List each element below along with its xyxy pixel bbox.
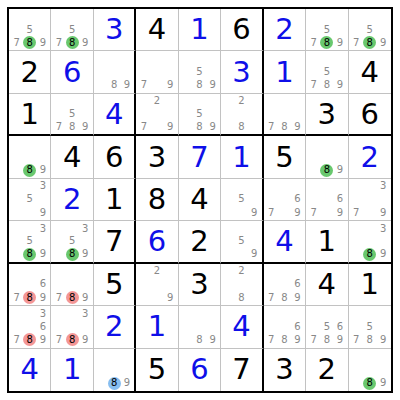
- candidate: 3: [36, 307, 49, 320]
- candidate-slot: 8: [66, 291, 79, 304]
- cell-r3c6[interactable]: 28: [221, 94, 263, 136]
- candidate: 6: [291, 320, 304, 333]
- candidate: 6: [291, 193, 304, 206]
- green-highlighted-candidate: 8: [363, 36, 376, 49]
- candidate: 8: [193, 333, 206, 346]
- candidate: 8: [235, 121, 248, 134]
- cell-r1c2[interactable]: 5789: [51, 9, 93, 51]
- solved-digit: 1: [63, 355, 81, 384]
- candidate-grid: 28: [221, 264, 261, 305]
- cell-r3c5[interactable]: 589: [179, 94, 221, 136]
- cell-r5c3[interactable]: 1: [94, 179, 136, 221]
- given-digit: 6: [361, 100, 379, 129]
- candidate: 9: [333, 164, 346, 177]
- candidate: 7: [52, 333, 65, 346]
- given-digit: 3: [148, 143, 166, 172]
- candidate: 9: [333, 206, 346, 219]
- candidate-grid: 56789: [306, 306, 347, 347]
- candidate: 5: [320, 23, 333, 36]
- candidate: 7: [52, 291, 65, 304]
- candidate: 8: [278, 121, 291, 134]
- candidate: 7: [265, 291, 278, 304]
- solved-digit: 1: [148, 312, 166, 341]
- green-highlighted-candidate: 8: [363, 377, 376, 390]
- candidate: 9: [36, 164, 49, 177]
- cell-r5c1[interactable]: 359: [9, 179, 51, 221]
- given-digit: 1: [361, 270, 379, 299]
- cell-r7c5[interactable]: 3: [179, 264, 221, 306]
- candidate: 9: [206, 333, 219, 346]
- given-digit: 8: [148, 185, 166, 214]
- given-digit: 4: [361, 58, 379, 87]
- candidate: 5: [66, 108, 79, 121]
- candidate: 8: [320, 333, 333, 346]
- solved-digit: 2: [361, 143, 379, 172]
- given-digit: 3: [318, 100, 336, 129]
- candidate: 8: [66, 121, 79, 134]
- candidate: 9: [79, 291, 92, 304]
- candidate: 9: [333, 79, 346, 92]
- cell-r7c1[interactable]: 6789: [9, 264, 51, 306]
- candidate-grid: 36789: [9, 306, 50, 347]
- candidate: 8: [193, 121, 206, 134]
- candidate: 3: [79, 307, 92, 320]
- cell-r6c7[interactable]: 4: [264, 221, 306, 263]
- candidate-grid: 379: [349, 179, 391, 220]
- candidate: 9: [206, 79, 219, 92]
- candidate-grid: 359: [9, 179, 50, 220]
- candidate: 2: [150, 95, 163, 108]
- candidate-slot: 8: [66, 248, 79, 261]
- candidate-slot: 8: [23, 36, 36, 49]
- candidate: 7: [265, 121, 278, 134]
- cell-r2c2[interactable]: 6: [51, 51, 93, 93]
- solved-digit: 1: [190, 15, 208, 44]
- candidate: 6: [333, 193, 346, 206]
- candidate: 8: [235, 291, 248, 304]
- candidate: 7: [307, 206, 320, 219]
- candidate: 5: [66, 23, 79, 36]
- candidate-slot: 8: [363, 36, 376, 49]
- candidate-grid: 589: [179, 51, 220, 92]
- candidate: 5: [235, 235, 248, 248]
- cell-r3c9[interactable]: 6: [349, 94, 391, 136]
- candidate-grid: 79: [136, 51, 177, 92]
- cell-r4c9[interactable]: 2: [349, 136, 391, 178]
- candidate-grid: 5789: [51, 94, 92, 134]
- candidate-slot: 8: [320, 36, 333, 49]
- candidate: 9: [377, 248, 390, 261]
- cell-r9c7[interactable]: 3: [264, 349, 306, 391]
- candidate: 5: [193, 66, 206, 79]
- sudoku-app: 5789578934162578957892689795893157894157…: [0, 0, 400, 400]
- cell-r1c1[interactable]: 5789: [9, 9, 51, 51]
- candidate-grid: 89: [306, 136, 347, 177]
- candidate: 9: [79, 333, 92, 346]
- candidate: 9: [377, 333, 390, 346]
- candidate: 9: [291, 206, 304, 219]
- cell-r7c9[interactable]: 1: [349, 264, 391, 306]
- solved-digit: 7: [190, 143, 208, 172]
- cell-r8c1[interactable]: 36789: [9, 306, 51, 348]
- cell-r3c2[interactable]: 5789: [51, 94, 93, 136]
- green-highlighted-candidate: 8: [320, 164, 333, 177]
- given-digit: 7: [232, 355, 250, 384]
- candidate: 9: [291, 121, 304, 134]
- candidate: 9: [248, 248, 261, 261]
- solved-digit: 1: [232, 143, 250, 172]
- cell-r4c6[interactable]: 1: [221, 136, 263, 178]
- red-highlighted-candidate: 8: [23, 333, 36, 346]
- cell-r4c7[interactable]: 5: [264, 136, 306, 178]
- candidate: 9: [36, 248, 49, 261]
- candidate: 6: [36, 320, 49, 333]
- candidate: 7: [350, 36, 363, 49]
- cell-r3c3[interactable]: 4: [94, 94, 136, 136]
- candidate: 9: [36, 36, 49, 49]
- candidate: 9: [164, 291, 177, 304]
- cell-r6c3[interactable]: 7: [94, 221, 136, 263]
- candidate-grid: 789: [51, 264, 92, 305]
- candidate: 9: [36, 206, 49, 219]
- candidate: 7: [350, 206, 363, 219]
- candidate-slot: 8: [363, 248, 376, 261]
- candidate-slot: 8: [23, 164, 36, 177]
- candidate: 2: [235, 265, 248, 278]
- candidate: 3: [79, 222, 92, 235]
- cell-r1c5[interactable]: 1: [179, 9, 221, 51]
- given-digit: 3: [275, 355, 293, 384]
- candidate-grid: 589: [179, 94, 220, 134]
- cell-r1c8[interactable]: 5789: [306, 9, 348, 51]
- candidate: 9: [377, 206, 390, 219]
- cell-r1c9[interactable]: 5789: [349, 9, 391, 51]
- cell-r9c2[interactable]: 1: [51, 349, 93, 391]
- red-highlighted-candidate: 8: [66, 333, 79, 346]
- cell-r2c3[interactable]: 89: [94, 51, 136, 93]
- candidate-grid: 5789: [306, 51, 347, 92]
- blue-highlighted-candidate: 8: [108, 377, 121, 390]
- candidate: 9: [377, 377, 390, 390]
- cell-r9c1[interactable]: 4: [9, 349, 51, 391]
- candidate-grid: 5789: [9, 9, 50, 50]
- candidate-grid: 59: [221, 179, 261, 220]
- candidate: 8: [320, 79, 333, 92]
- candidate: 3: [36, 222, 49, 235]
- cell-r6c9[interactable]: 389: [349, 221, 391, 263]
- cell-r6c4[interactable]: 6: [136, 221, 178, 263]
- candidate: 9: [36, 333, 49, 346]
- candidate-grid: 389: [349, 221, 391, 261]
- candidate: 8: [193, 79, 206, 92]
- candidate: 2: [235, 95, 248, 108]
- green-highlighted-candidate: 8: [363, 248, 376, 261]
- given-digit: 5: [148, 355, 166, 384]
- candidate: 9: [79, 36, 92, 49]
- solved-digit: 2: [63, 185, 81, 214]
- solved-digit: 6: [63, 58, 81, 87]
- candidate-slot: 8: [23, 248, 36, 261]
- red-highlighted-candidate: 8: [23, 291, 36, 304]
- cell-r3c7[interactable]: 789: [264, 94, 306, 136]
- cell-r8c4[interactable]: 1: [136, 306, 178, 348]
- given-digit: 4: [318, 270, 336, 299]
- given-digit: 6: [232, 15, 250, 44]
- cell-r2c8[interactable]: 5789: [306, 51, 348, 93]
- candidate: 5: [363, 23, 376, 36]
- given-digit: 7: [105, 227, 123, 256]
- candidate: 5: [23, 193, 36, 206]
- solved-digit: 3: [105, 15, 123, 44]
- candidate: 6: [333, 320, 346, 333]
- cell-r7c7[interactable]: 6789: [264, 264, 306, 306]
- cell-r2c1[interactable]: 2: [9, 51, 51, 93]
- candidate: 8: [363, 333, 376, 346]
- candidate: 5: [235, 193, 248, 206]
- cell-r5c7[interactable]: 679: [264, 179, 306, 221]
- candidate: 5: [320, 66, 333, 79]
- candidate: 7: [307, 36, 320, 49]
- candidate: 9: [333, 333, 346, 346]
- cell-r7c8[interactable]: 4: [306, 264, 348, 306]
- candidate: 5: [320, 320, 333, 333]
- cell-r8c3[interactable]: 2: [94, 306, 136, 348]
- solved-digit: 4: [275, 227, 293, 256]
- cell-r1c6[interactable]: 6: [221, 9, 263, 51]
- cell-r6c2[interactable]: 3589: [51, 221, 93, 263]
- candidate: 8: [108, 79, 121, 92]
- candidate: 7: [137, 79, 150, 92]
- candidate: 9: [164, 79, 177, 92]
- candidate-grid: 59: [221, 221, 261, 261]
- cell-r9c4[interactable]: 5: [136, 349, 178, 391]
- candidate-slot: 8: [363, 377, 376, 390]
- candidate: 9: [206, 121, 219, 134]
- candidate: 7: [307, 333, 320, 346]
- given-digit: 1: [20, 100, 38, 129]
- candidate: 9: [291, 291, 304, 304]
- cell-r7c3[interactable]: 5: [94, 264, 136, 306]
- given-digit: 6: [105, 143, 123, 172]
- candidate: 9: [79, 121, 92, 134]
- green-highlighted-candidate: 8: [23, 36, 36, 49]
- candidate: 9: [164, 121, 177, 134]
- cell-r2c6[interactable]: 3: [221, 51, 263, 93]
- cell-r6c5[interactable]: 2: [179, 221, 221, 263]
- given-digit: 2: [20, 58, 38, 87]
- solved-digit: 6: [148, 227, 166, 256]
- candidate: 5: [23, 23, 36, 36]
- candidate-grid: 89: [349, 349, 391, 391]
- candidate-grid: 6789: [9, 264, 50, 305]
- given-digit: 5: [105, 270, 123, 299]
- cell-r7c4[interactable]: 29: [136, 264, 178, 306]
- candidate-grid: 89: [94, 51, 134, 92]
- candidate: 5: [23, 235, 36, 248]
- red-highlighted-candidate: 8: [66, 291, 79, 304]
- solved-digit: 2: [275, 15, 293, 44]
- cell-r8c6[interactable]: 4: [221, 306, 263, 348]
- candidate-grid: 5789: [51, 9, 92, 50]
- cell-r8c5[interactable]: 89: [179, 306, 221, 348]
- cell-r9c9[interactable]: 89: [349, 349, 391, 391]
- candidate-grid: 89: [94, 349, 134, 391]
- candidate: 5: [66, 235, 79, 248]
- candidate-grid: 5789: [349, 9, 391, 50]
- candidate: 6: [36, 278, 49, 291]
- candidate-grid: 29: [136, 264, 177, 305]
- solved-digit: 3: [232, 58, 250, 87]
- candidate-slot: 8: [66, 36, 79, 49]
- cell-r7c2[interactable]: 789: [51, 264, 93, 306]
- cell-r3c4[interactable]: 279: [136, 94, 178, 136]
- cell-r4c3[interactable]: 6: [94, 136, 136, 178]
- cell-r1c4[interactable]: 4: [136, 9, 178, 51]
- candidate-grid: 679: [306, 179, 347, 220]
- cell-r9c5[interactable]: 6: [179, 349, 221, 391]
- candidate: 7: [52, 121, 65, 134]
- cell-r5c5[interactable]: 4: [179, 179, 221, 221]
- candidate: 7: [265, 206, 278, 219]
- green-highlighted-candidate: 8: [66, 36, 79, 49]
- cell-r6c6[interactable]: 59: [221, 221, 263, 263]
- cell-r4c2[interactable]: 4: [51, 136, 93, 178]
- candidate-grid: 279: [136, 94, 177, 134]
- candidate-slot: 8: [23, 291, 36, 304]
- cell-r5c4[interactable]: 8: [136, 179, 178, 221]
- candidate: 2: [150, 265, 163, 278]
- given-digit: 1: [318, 227, 336, 256]
- cell-r3c1[interactable]: 1: [9, 94, 51, 136]
- candidate: 9: [291, 333, 304, 346]
- green-highlighted-candidate: 8: [66, 248, 79, 261]
- candidate-grid: 89: [179, 306, 220, 347]
- cell-r2c5[interactable]: 589: [179, 51, 221, 93]
- candidate: 7: [350, 333, 363, 346]
- cell-r5c6[interactable]: 59: [221, 179, 263, 221]
- given-digit: 4: [190, 185, 208, 214]
- sudoku-board: 5789578934162578957892689795893157894157…: [7, 7, 393, 393]
- solved-digit: 4: [105, 100, 123, 129]
- candidate: 5: [193, 108, 206, 121]
- candidate: 3: [36, 180, 49, 193]
- cell-r9c3[interactable]: 89: [94, 349, 136, 391]
- cell-r6c8[interactable]: 1: [306, 221, 348, 263]
- candidate-grid: 5789: [349, 306, 391, 347]
- candidate: 9: [333, 36, 346, 49]
- cell-r9c8[interactable]: 2: [306, 349, 348, 391]
- green-highlighted-candidate: 8: [23, 164, 36, 177]
- cell-r2c9[interactable]: 4: [349, 51, 391, 93]
- candidate: 7: [10, 291, 23, 304]
- candidate: 6: [291, 278, 304, 291]
- green-highlighted-candidate: 8: [23, 248, 36, 261]
- candidate-grid: 6789: [264, 306, 305, 347]
- solved-digit: 4: [232, 312, 250, 341]
- candidate-grid: 89: [9, 136, 50, 177]
- cell-r4c5[interactable]: 7: [179, 136, 221, 178]
- cell-r4c1[interactable]: 89: [9, 136, 51, 178]
- candidate-grid: 679: [264, 179, 305, 220]
- candidate-slot: 8: [320, 164, 333, 177]
- cell-r5c9[interactable]: 379: [349, 179, 391, 221]
- candidate: 9: [377, 36, 390, 49]
- candidate: 9: [79, 248, 92, 261]
- cell-r6c1[interactable]: 3589: [9, 221, 51, 263]
- solved-digit: 6: [190, 355, 208, 384]
- cell-r3c8[interactable]: 3: [306, 94, 348, 136]
- cell-r5c2[interactable]: 2: [51, 179, 93, 221]
- candidate-slot: 8: [108, 377, 121, 390]
- cell-r2c7[interactable]: 1: [264, 51, 306, 93]
- given-digit: 3: [190, 270, 208, 299]
- candidate: 7: [10, 333, 23, 346]
- given-digit: 4: [148, 15, 166, 44]
- solved-digit: 4: [20, 355, 38, 384]
- candidate-grid: 3589: [51, 221, 92, 261]
- cell-r8c2[interactable]: 3789: [51, 306, 93, 348]
- solved-digit: 2: [105, 312, 123, 341]
- cell-r1c7[interactable]: 2: [264, 9, 306, 51]
- cell-r2c4[interactable]: 79: [136, 51, 178, 93]
- candidate: 8: [278, 333, 291, 346]
- candidate-slot: 8: [23, 333, 36, 346]
- solved-digit: 1: [275, 58, 293, 87]
- cell-r5c8[interactable]: 679: [306, 179, 348, 221]
- candidate: 9: [36, 291, 49, 304]
- candidate: 3: [377, 180, 390, 193]
- candidate-grid: 6789: [264, 264, 305, 305]
- given-digit: 1: [105, 185, 123, 214]
- candidate: 7: [307, 79, 320, 92]
- given-digit: 2: [318, 355, 336, 384]
- candidate: 9: [121, 377, 134, 390]
- cell-r4c4[interactable]: 3: [136, 136, 178, 178]
- candidate-grid: 3589: [9, 221, 50, 261]
- candidate: 3: [377, 222, 390, 235]
- candidate: 7: [137, 121, 150, 134]
- candidate-grid: 28: [221, 94, 261, 134]
- cell-r7c6[interactable]: 28: [221, 264, 263, 306]
- candidate-grid: 789: [264, 94, 305, 134]
- cell-r1c3[interactable]: 3: [94, 9, 136, 51]
- candidate-slot: 8: [66, 333, 79, 346]
- candidate-grid: 3789: [51, 306, 92, 347]
- cell-r8c8[interactable]: 56789: [306, 306, 348, 348]
- candidate: 7: [52, 36, 65, 49]
- candidate: 9: [248, 206, 261, 219]
- candidate: 7: [265, 333, 278, 346]
- candidate: 8: [278, 291, 291, 304]
- cell-r9c6[interactable]: 7: [221, 349, 263, 391]
- given-digit: 2: [190, 227, 208, 256]
- given-digit: 4: [63, 143, 81, 172]
- candidate-grid: 5789: [306, 9, 347, 50]
- green-highlighted-candidate: 8: [320, 36, 333, 49]
- cell-r4c8[interactable]: 89: [306, 136, 348, 178]
- candidate: 7: [10, 36, 23, 49]
- candidate: 9: [121, 79, 134, 92]
- cell-r8c9[interactable]: 5789: [349, 306, 391, 348]
- candidate: 5: [363, 320, 376, 333]
- cell-r8c7[interactable]: 6789: [264, 306, 306, 348]
- given-digit: 5: [275, 143, 293, 172]
